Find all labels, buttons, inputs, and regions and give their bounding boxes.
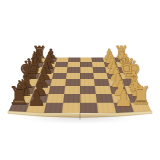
board-square [46, 94, 64, 103]
board-square [50, 79, 66, 86]
board-square [63, 94, 80, 103]
board-square [62, 103, 80, 113]
board-square [80, 94, 97, 103]
chess-piece-black-pawn: ♟ [27, 87, 46, 108]
board-square [65, 79, 80, 86]
chess-piece-white-rook: ♜ [130, 84, 152, 109]
board-square [64, 86, 80, 94]
board-square [48, 86, 65, 94]
chess-set-photo: ♜♟♟♜♞♟♟♞♝♟♟♝♛♟♟♛♚♟♟♚♝♟♟♝♞♟♟♞♜♟♟♜ [0, 0, 160, 160]
board-square [80, 79, 95, 86]
board-square [80, 103, 98, 113]
board-square [80, 86, 96, 94]
board-square [44, 103, 63, 113]
board-shadow [22, 114, 138, 124]
